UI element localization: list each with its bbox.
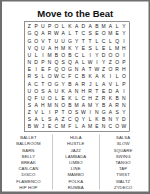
grid-cell-r7c3: E xyxy=(40,66,47,73)
grid-cell-r15c12: N xyxy=(100,123,107,130)
grid-cell-r4c12: E xyxy=(100,44,107,51)
grid-cell-r7c2: I xyxy=(33,66,40,73)
grid-cell-r11c10: H xyxy=(87,94,94,101)
grid-cell-r8c6: C xyxy=(60,73,67,80)
grid-cell-r3c8: Y xyxy=(73,37,80,44)
grid-cell-r4c5: H xyxy=(53,44,60,51)
grid-cell-r14c10: L xyxy=(87,116,94,123)
grid-cell-r7c10: T xyxy=(87,66,94,73)
grid-cell-r11c2: F xyxy=(33,94,40,101)
grid-cell-r14c9: Y xyxy=(80,116,87,123)
grid-cell-r6c4: N xyxy=(46,59,53,66)
puzzle-title: Move to the Beat xyxy=(2,9,149,20)
grid-cell-r7c13: O xyxy=(107,66,114,73)
grid-cell-r1c11: B xyxy=(94,23,101,30)
grid-cell-r1c10: A xyxy=(87,23,94,30)
grid-cell-r6c9: L xyxy=(80,59,87,66)
grid-cell-r4c1: V xyxy=(26,44,33,51)
grid-cell-r11c3: U xyxy=(40,94,47,101)
grid-cell-r13c14: S xyxy=(114,109,121,116)
grid-cell-r12c5: N xyxy=(53,102,60,109)
grid-cell-r6c15: P xyxy=(121,59,128,66)
grid-cell-r4c3: U xyxy=(40,44,47,51)
grid-cell-r15c7: F xyxy=(67,123,74,130)
grid-cell-r1c3: U xyxy=(40,23,47,30)
grid-cell-r9c11: L xyxy=(94,80,101,87)
grid-cell-r1c6: L xyxy=(60,23,67,30)
grid-cell-r6c14: O xyxy=(114,59,121,66)
grid-cell-r3c11: L xyxy=(94,37,101,44)
grid-cell-r12c4: M xyxy=(46,102,53,109)
grid-cell-r10c3: S xyxy=(40,87,47,94)
grid-cell-r11c7: K xyxy=(67,94,74,101)
grid-cell-r11c9: C xyxy=(80,94,87,101)
grid-cell-r8c14: L xyxy=(114,73,121,80)
grid-cell-r1c1: Z xyxy=(26,23,33,30)
grid-cell-r5c3: I xyxy=(40,52,47,59)
grid-cell-r7c12: Z xyxy=(100,66,107,73)
grid-cell-r3c4: T xyxy=(46,37,53,44)
grid-cell-r6c7: Q xyxy=(67,59,74,66)
scaled-design: Move to the Beat ZPUPOLKADABMALYGQARWALT… xyxy=(0,0,150,194)
grid-cell-r1c2: P xyxy=(33,23,40,30)
grid-cell-r13c4: I xyxy=(46,109,53,116)
grid-cell-r2c10: S xyxy=(87,30,94,37)
grid-cell-r10c8: N xyxy=(73,87,80,94)
grid-cell-r3c9: T xyxy=(80,37,87,44)
grid-cell-r1c5: O xyxy=(53,23,60,30)
word-list-column-2: HULAHUSTLEJAZZLAMBADALIMBOLINEMAMBOPOLKA… xyxy=(52,135,99,190)
grid-cell-r14c5: A xyxy=(53,116,60,123)
grid-cell-r13c2: V xyxy=(33,109,40,116)
grid-cell-r13c6: T xyxy=(60,109,67,116)
grid-cell-r15c15: W xyxy=(121,123,128,130)
grid-cell-r5c6: O xyxy=(60,52,67,59)
grid-cell-r3c12: C xyxy=(100,37,107,44)
word-list-column-1: BALLETBALLROOMBARNBELLYBREAKCAN-CANDISCO… xyxy=(5,135,52,190)
grid-cell-r4c11: L xyxy=(94,44,101,51)
grid-cell-r7c4: F xyxy=(46,66,53,73)
grid-cell-r5c11: Y xyxy=(94,52,101,59)
grid-cell-r5c8: C xyxy=(73,52,80,59)
grid-cell-r4c4: A xyxy=(46,44,53,51)
grid-cell-r2c14: E xyxy=(114,30,121,37)
grid-cell-r8c5: W xyxy=(53,73,60,80)
grid-cell-r13c12: G xyxy=(100,109,107,116)
grid-cell-r2c2: Q xyxy=(33,30,40,37)
grid-cell-r10c4: A xyxy=(46,87,53,94)
grid-cell-r4c2: Q xyxy=(33,44,40,51)
grid-cell-r8c7: F xyxy=(67,73,74,80)
grid-cell-r6c8: A xyxy=(73,59,80,66)
grid-cell-r8c8: C xyxy=(73,73,80,80)
grid-cell-r12c8: M xyxy=(73,102,80,109)
grid-cell-r1c8: A xyxy=(73,23,80,30)
grid-cell-r12c12: B xyxy=(100,102,107,109)
grid-cell-r9c3: T xyxy=(40,80,47,87)
grid-cell-r4c15: H xyxy=(121,44,128,51)
grid-cell-r13c15: Y xyxy=(121,109,128,116)
grid-cell-r14c7: C xyxy=(67,116,74,123)
grid-cell-r6c6: S xyxy=(60,59,67,66)
grid-cell-r13c9: W xyxy=(80,109,87,116)
grid-cell-r15c8: L xyxy=(73,123,80,130)
grid-cell-r10c10: R xyxy=(87,87,94,94)
grid-cell-r14c4: S xyxy=(46,116,53,123)
grid-cell-r12c6: O xyxy=(60,102,67,109)
grid-cell-r8c4: O xyxy=(46,73,53,80)
grid-cell-r8c11: A xyxy=(94,73,101,80)
grid-cell-r5c14: O xyxy=(114,52,121,59)
grid-cell-r14c6: Z xyxy=(60,116,67,123)
grid-cell-r9c8: A xyxy=(73,80,80,87)
grid-cell-r10c14: A xyxy=(114,87,121,94)
grid-cell-r3c10: T xyxy=(87,37,94,44)
grid-cell-r9c10: J xyxy=(87,80,94,87)
grid-cell-r5c13: O xyxy=(107,52,114,59)
grid-cell-r15c4: E xyxy=(46,123,53,130)
grid-cell-r1c4: P xyxy=(46,23,53,30)
grid-cell-r2c5: W xyxy=(53,30,60,37)
grid-cell-r15c2: W xyxy=(33,123,40,130)
grid-cell-r7c9: A xyxy=(80,66,87,73)
grid-cell-r15c1: B xyxy=(26,123,33,130)
grid-cell-r6c12: Y xyxy=(100,59,107,66)
grid-cell-r4c10: S xyxy=(87,44,94,51)
grid-cell-r5c12: D xyxy=(100,52,107,59)
grid-cell-r5c7: B xyxy=(67,52,74,59)
grid-cell-r2c3: A xyxy=(40,30,47,37)
word-item: ZYDECO xyxy=(114,184,132,190)
grid-cell-r12c14: R xyxy=(114,102,121,109)
grid-cell-r13c8: S xyxy=(73,109,80,116)
grid-cell-r10c13: D xyxy=(107,87,114,94)
grid-cell-r14c15: D xyxy=(121,116,128,123)
grid-cell-r13c13: A xyxy=(107,109,114,116)
grid-cell-r3c2: O xyxy=(33,37,40,44)
grid-cell-r1c15: Y xyxy=(121,23,128,30)
puzzle-page: Move to the Beat ZPUPOLKADABMALYGQARWALT… xyxy=(2,2,149,192)
word-list-column-3: SALSASLOWSQUARESWINGTANGOTAPTWISTWALTZZY… xyxy=(99,135,146,190)
grid-cell-r3c3: V xyxy=(40,37,47,44)
grid-cell-r13c5: P xyxy=(53,109,60,116)
grid-cell-r11c14: B xyxy=(114,94,121,101)
grid-cell-r12c10: M xyxy=(87,102,94,109)
grid-cell-r10c6: K xyxy=(60,87,67,94)
grid-cell-r8c3: L xyxy=(40,73,47,80)
grid-cell-r3c7: G xyxy=(67,37,74,44)
grid-cell-r5c1: U xyxy=(26,52,33,59)
word-item: RUMBA xyxy=(68,184,84,190)
grid-cell-r8c15: O xyxy=(121,73,128,80)
grid-cell-r4c13: L xyxy=(107,44,114,51)
grid-cell-r3c14: Q xyxy=(114,37,121,44)
grid-cell-r10c1: U xyxy=(26,87,33,94)
grid-cell-r11c12: R xyxy=(100,94,107,101)
grid-cell-r14c14: Y xyxy=(114,116,121,123)
grid-cell-r7c15: H xyxy=(121,66,128,73)
grid-cell-r5c9: L xyxy=(80,52,87,59)
grid-cell-r10c12: E xyxy=(100,87,107,94)
grid-cell-r2c4: R xyxy=(46,30,53,37)
grid-cell-r12c11: Y xyxy=(94,102,101,109)
grid-cell-r15c5: C xyxy=(53,123,60,130)
grid-cell-r12c3: H xyxy=(40,102,47,109)
grid-cell-r9c15: P xyxy=(121,80,128,87)
screenshot-stage: Move to the Beat ZPUPOLKADABMALYGQARWALT… xyxy=(0,0,150,194)
grid-cell-r1c12: M xyxy=(100,23,107,30)
grid-cell-r3c15: I xyxy=(121,37,128,44)
grid-cell-r2c12: O xyxy=(100,30,107,37)
grid-cell-r1c7: K xyxy=(67,23,74,30)
grid-cell-r15c11: E xyxy=(94,123,101,130)
grid-cell-r9c1: A xyxy=(26,80,33,87)
grid-cell-r7c11: W xyxy=(94,66,101,73)
grid-cell-r2c8: T xyxy=(73,30,80,37)
grid-cell-r15c6: M xyxy=(60,123,67,130)
grid-cell-r2c11: E xyxy=(94,30,101,37)
grid-cell-r7c6: O xyxy=(60,66,67,73)
grid-cell-r11c15: N xyxy=(121,94,128,101)
grid-cell-r9c6: Y xyxy=(60,80,67,87)
grid-cell-r6c5: Q xyxy=(53,59,60,66)
grid-cell-r3c1: G xyxy=(26,37,33,44)
grid-cell-r14c8: Q xyxy=(73,116,80,123)
grid-cell-r9c5: G xyxy=(53,80,60,87)
grid-cell-r8c2: S xyxy=(33,73,40,80)
grid-cell-r13c10: I xyxy=(87,109,94,116)
grid-cell-r14c12: B xyxy=(100,116,107,123)
grid-cell-r14c1: S xyxy=(26,116,33,123)
grid-cell-r4c9: E xyxy=(80,44,87,51)
grid-cell-r9c12: A xyxy=(100,80,107,87)
grid-cell-r1c13: A xyxy=(107,23,114,30)
grid-cell-r15c9: A xyxy=(80,123,87,130)
grid-cell-r6c2: D xyxy=(33,59,40,66)
grid-cell-r12c1: S xyxy=(26,102,33,109)
grid-cell-r11c5: L xyxy=(53,94,60,101)
grid-cell-r10c9: H xyxy=(80,87,87,94)
grid-cell-r11c1: Q xyxy=(26,94,33,101)
grid-cell-r8c12: K xyxy=(100,73,107,80)
grid-cell-r7c5: Q xyxy=(53,66,60,73)
grid-cell-r7c8: N xyxy=(73,66,80,73)
grid-cell-r12c7: B xyxy=(67,102,74,109)
grid-cell-r2c6: A xyxy=(60,30,67,37)
grid-cell-r4c6: M xyxy=(60,44,67,51)
grid-cell-r15c10: M xyxy=(87,123,94,130)
grid-cell-r14c2: A xyxy=(33,116,40,123)
grid-cell-r9c4: O xyxy=(46,80,53,87)
grid-cell-r9c14: L xyxy=(114,80,121,87)
grid-cell-r5c4: M xyxy=(46,52,53,59)
grid-cell-r13c7: O xyxy=(67,109,74,116)
grid-cell-r9c13: V xyxy=(107,80,114,87)
grid-cell-r2c13: M xyxy=(107,30,114,37)
grid-cell-r10c11: T xyxy=(94,87,101,94)
grid-cell-r1c14: L xyxy=(114,23,121,30)
grid-cell-r8c10: K xyxy=(87,73,94,80)
grid-cell-r9c9: R xyxy=(80,80,87,87)
grid-cell-r10c7: A xyxy=(67,87,74,94)
grid-cell-r4c14: M xyxy=(114,44,121,51)
grid-border-box: ZPUPOLKADABMALYGQARWALTCSEOMEYGOVTUUGYTT… xyxy=(24,22,129,132)
grid-cell-r5c10: I xyxy=(87,52,94,59)
grid-cell-r12c9: A xyxy=(80,102,87,109)
grid-cell-r5c5: B xyxy=(53,52,60,59)
grid-cell-r10c2: O xyxy=(33,87,40,94)
grid-cell-r5c15: I xyxy=(121,52,128,59)
grid-cell-r3c13: L xyxy=(107,37,114,44)
grid-cell-r2c1: G xyxy=(26,30,33,37)
grid-cell-r7c7: G xyxy=(67,66,74,73)
grid-cell-r10c15: I xyxy=(121,87,128,94)
grid-cell-r2c15: Y xyxy=(121,30,128,37)
grid-cell-r7c14: R xyxy=(114,66,121,73)
grid-cell-r3c6: U xyxy=(60,37,67,44)
grid-cell-r9c7: B xyxy=(67,80,74,87)
word-item: HIP HOP xyxy=(19,184,37,190)
grid-cell-r2c7: L xyxy=(67,30,74,37)
grid-cell-r10c5: U xyxy=(53,87,60,94)
grid-cell-r4c7: K xyxy=(67,44,74,51)
grid-cell-r8c13: I xyxy=(107,73,114,80)
grid-cell-r8c9: B xyxy=(80,73,87,80)
grid-cell-r14c11: K xyxy=(94,116,101,123)
word-list: BALLETBALLROOMBARNBELLYBREAKCAN-CANDISCO… xyxy=(5,135,147,190)
grid-cell-r12c13: A xyxy=(107,102,114,109)
grid-cell-r15c3: J xyxy=(40,123,47,130)
grid-cell-r11c11: Z xyxy=(94,94,101,101)
grid-cell-r14c13: N xyxy=(107,116,114,123)
grid-cell-r6c3: P xyxy=(40,59,47,66)
grid-cell-r14c3: L xyxy=(40,116,47,123)
grid-cell-r13c11: N xyxy=(94,109,101,116)
grid-cell-r9c2: C xyxy=(33,80,40,87)
grid-cell-r11c8: L xyxy=(73,94,80,101)
grid-cell-r12c15: N xyxy=(121,102,128,109)
grid-cell-r6c11: I xyxy=(94,59,101,66)
grid-cell-r6c10: W xyxy=(87,59,94,66)
grid-cell-r1c9: D xyxy=(80,23,87,30)
word-search-grid: ZPUPOLKADABMALYGQARWALTCSEOMEYGOVTUUGYTT… xyxy=(26,23,127,130)
grid-cell-r3c5: U xyxy=(53,37,60,44)
grid-cell-r15c14: O xyxy=(114,123,121,130)
grid-cell-r5c2: L xyxy=(33,52,40,59)
grid-cell-r8c1: R xyxy=(26,73,33,80)
grid-cell-r11c4: O xyxy=(46,94,53,101)
grid-cell-r11c6: E xyxy=(60,94,67,101)
grid-cell-r6c1: N xyxy=(26,59,33,66)
grid-cell-r6c13: Z xyxy=(107,59,114,66)
grid-cell-r13c3: L xyxy=(40,109,47,116)
grid-cell-r4c8: Y xyxy=(73,44,80,51)
grid-cell-r13c1: Z xyxy=(26,109,33,116)
grid-cell-r7c1: E xyxy=(26,66,33,73)
grid-cell-r15c13: C xyxy=(107,123,114,130)
grid-cell-r11c13: K xyxy=(107,94,114,101)
grid-cell-r2c9: C xyxy=(80,30,87,37)
grid-cell-r12c2: A xyxy=(33,102,40,109)
